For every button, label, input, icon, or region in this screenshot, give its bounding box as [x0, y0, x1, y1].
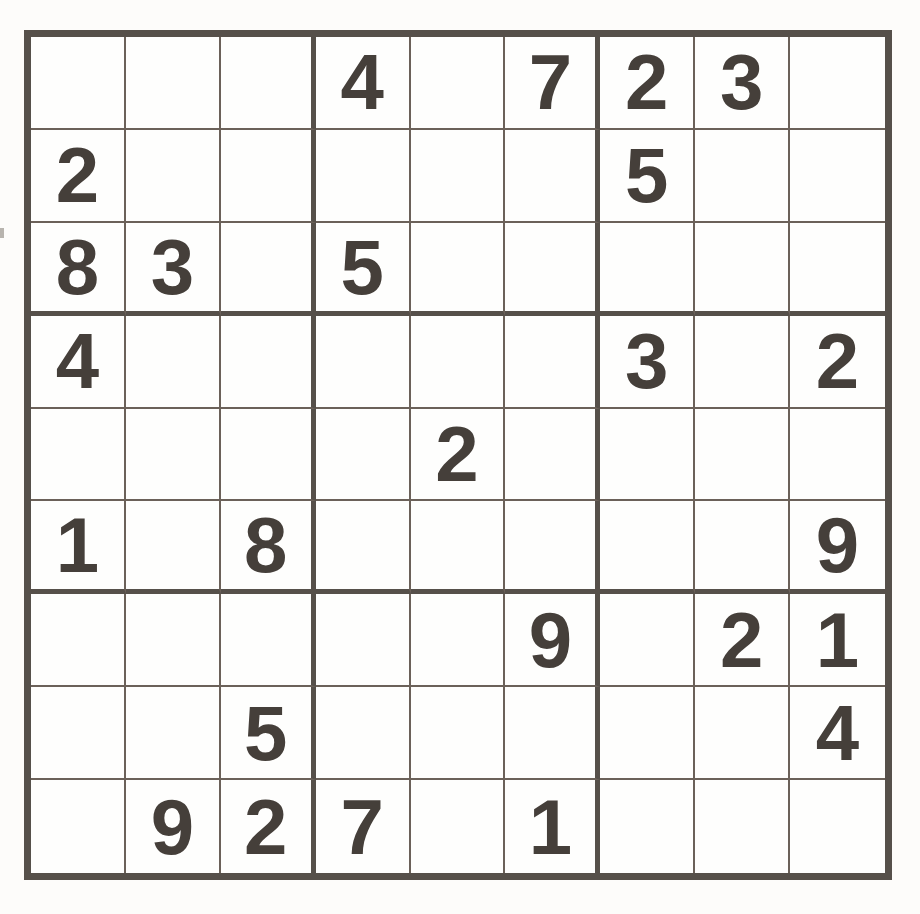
cell-r3c9[interactable]: [790, 223, 885, 316]
cell-r2c1[interactable]: 2: [31, 130, 126, 223]
cell-r7c8[interactable]: 2: [695, 594, 790, 687]
cell-r2c4[interactable]: [316, 130, 411, 223]
cell-r6c1[interactable]: 1: [31, 501, 126, 594]
cell-r3c3[interactable]: [221, 223, 316, 316]
given-digit: 7: [340, 788, 383, 866]
cell-r4c6[interactable]: [505, 316, 600, 409]
cell-r5c9[interactable]: [790, 409, 885, 502]
cell-r5c1[interactable]: [31, 409, 126, 502]
cell-r1c6[interactable]: 7: [505, 37, 600, 130]
cell-r8c1[interactable]: [31, 687, 126, 780]
given-digit: 5: [625, 136, 668, 214]
cell-r2c5[interactable]: [411, 130, 506, 223]
cell-r1c4[interactable]: 4: [316, 37, 411, 130]
given-digit: 2: [244, 788, 287, 866]
cell-r6c8[interactable]: [695, 501, 790, 594]
given-digit: 9: [816, 506, 859, 584]
given-digit: 4: [340, 43, 383, 121]
cell-r3c5[interactable]: [411, 223, 506, 316]
sudoku-board: 4723258354322189921549271: [24, 30, 892, 880]
cell-r8c5[interactable]: [411, 687, 506, 780]
cell-r9c5[interactable]: [411, 780, 506, 873]
given-digit: 2: [816, 322, 859, 400]
cell-r1c7[interactable]: 2: [600, 37, 695, 130]
given-digit: 5: [244, 694, 287, 772]
given-digit: 3: [151, 228, 194, 306]
cell-r2c8[interactable]: [695, 130, 790, 223]
given-digit: 4: [56, 322, 99, 400]
cell-r4c8[interactable]: [695, 316, 790, 409]
cell-r3c1[interactable]: 8: [31, 223, 126, 316]
cell-r5c2[interactable]: [126, 409, 221, 502]
cell-r6c2[interactable]: [126, 501, 221, 594]
cell-r9c4[interactable]: 7: [316, 780, 411, 873]
cell-r2c6[interactable]: [505, 130, 600, 223]
cell-r8c2[interactable]: [126, 687, 221, 780]
given-digit: 9: [529, 601, 572, 679]
cell-r8c8[interactable]: [695, 687, 790, 780]
cell-r9c6[interactable]: 1: [505, 780, 600, 873]
cell-r6c7[interactable]: [600, 501, 695, 594]
cell-r8c7[interactable]: [600, 687, 695, 780]
cell-r9c8[interactable]: [695, 780, 790, 873]
cell-r6c6[interactable]: [505, 501, 600, 594]
cell-r4c3[interactable]: [221, 316, 316, 409]
given-digit: 1: [56, 506, 99, 584]
cell-r3c2[interactable]: 3: [126, 223, 221, 316]
cell-r6c3[interactable]: 8: [221, 501, 316, 594]
given-digit: 3: [720, 43, 763, 121]
cell-r8c6[interactable]: [505, 687, 600, 780]
cell-r6c5[interactable]: [411, 501, 506, 594]
given-digit: 5: [340, 228, 383, 306]
cell-r3c8[interactable]: [695, 223, 790, 316]
cell-r7c5[interactable]: [411, 594, 506, 687]
cell-r1c5[interactable]: [411, 37, 506, 130]
given-digit: 8: [244, 506, 287, 584]
cell-r8c9[interactable]: 4: [790, 687, 885, 780]
cell-r3c7[interactable]: [600, 223, 695, 316]
cell-r1c2[interactable]: [126, 37, 221, 130]
given-digit: 1: [529, 788, 572, 866]
given-digit: 7: [529, 43, 572, 121]
given-digit: 9: [151, 788, 194, 866]
scan-artifact: [0, 228, 4, 238]
cell-r1c1[interactable]: [31, 37, 126, 130]
cell-r2c3[interactable]: [221, 130, 316, 223]
cell-r2c9[interactable]: [790, 130, 885, 223]
cell-r1c9[interactable]: [790, 37, 885, 130]
cell-r4c1[interactable]: 4: [31, 316, 126, 409]
cell-r6c9[interactable]: 9: [790, 501, 885, 594]
cell-r3c6[interactable]: [505, 223, 600, 316]
given-digit: 4: [816, 694, 859, 772]
cell-r4c4[interactable]: [316, 316, 411, 409]
given-digit: 8: [56, 228, 99, 306]
cell-r7c9[interactable]: 1: [790, 594, 885, 687]
cell-r5c6[interactable]: [505, 409, 600, 502]
cell-r4c5[interactable]: [411, 316, 506, 409]
cell-r2c7[interactable]: 5: [600, 130, 695, 223]
cell-r2c2[interactable]: [126, 130, 221, 223]
cell-r1c8[interactable]: 3: [695, 37, 790, 130]
cell-r9c9[interactable]: [790, 780, 885, 873]
given-digit: 2: [625, 43, 668, 121]
cell-r4c7[interactable]: 3: [600, 316, 695, 409]
cell-r9c7[interactable]: [600, 780, 695, 873]
cell-r6c4[interactable]: [316, 501, 411, 594]
cell-r4c9[interactable]: 2: [790, 316, 885, 409]
cell-r9c2[interactable]: 9: [126, 780, 221, 873]
cell-r7c4[interactable]: [316, 594, 411, 687]
cell-r5c5[interactable]: 2: [411, 409, 506, 502]
cell-r8c3[interactable]: 5: [221, 687, 316, 780]
cell-r3c4[interactable]: 5: [316, 223, 411, 316]
given-digit: 1: [816, 601, 859, 679]
given-digit: 2: [435, 415, 478, 493]
cell-r8c4[interactable]: [316, 687, 411, 780]
cell-r9c1[interactable]: [31, 780, 126, 873]
cell-r9c3[interactable]: 2: [221, 780, 316, 873]
cell-r7c2[interactable]: [126, 594, 221, 687]
cell-r5c8[interactable]: [695, 409, 790, 502]
cell-r4c2[interactable]: [126, 316, 221, 409]
cell-r5c3[interactable]: [221, 409, 316, 502]
cell-r7c7[interactable]: [600, 594, 695, 687]
cell-r7c1[interactable]: [31, 594, 126, 687]
given-digit: 2: [720, 601, 763, 679]
cell-r1c3[interactable]: [221, 37, 316, 130]
cell-r5c4[interactable]: [316, 409, 411, 502]
cell-r7c6[interactable]: 9: [505, 594, 600, 687]
given-digit: 2: [56, 136, 99, 214]
cell-r7c3[interactable]: [221, 594, 316, 687]
cell-r5c7[interactable]: [600, 409, 695, 502]
given-digit: 3: [625, 322, 668, 400]
